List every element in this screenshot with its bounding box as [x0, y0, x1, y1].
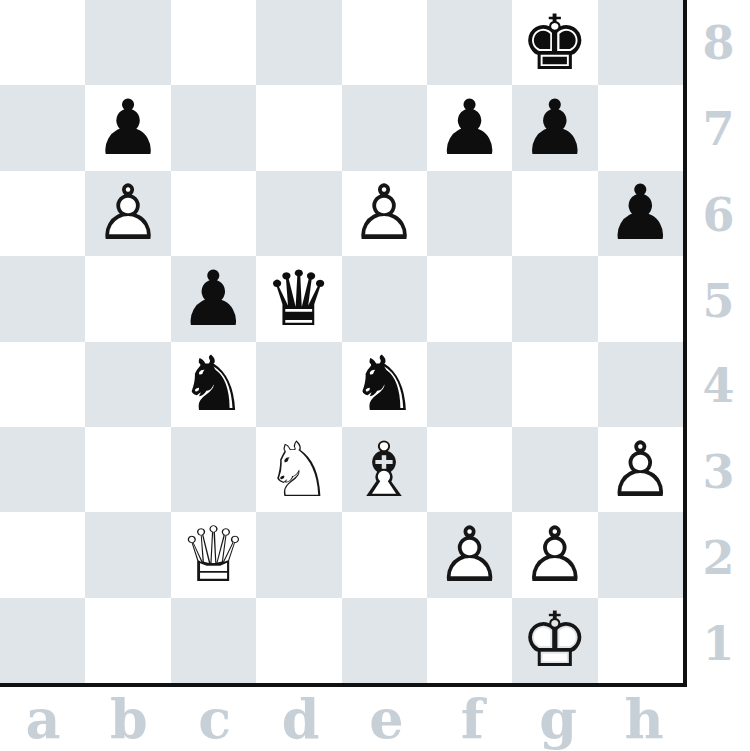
square-b2[interactable]	[85, 512, 170, 597]
square-h5[interactable]	[598, 256, 683, 341]
piece-black-knight: ♞	[171, 342, 256, 427]
square-d8[interactable]	[256, 0, 341, 85]
black-pawn-glyph: ♟	[598, 171, 683, 256]
piece-black-knight: ♞	[342, 342, 427, 427]
piece-white-king: ♚♔	[512, 598, 597, 683]
square-f5[interactable]	[427, 256, 512, 341]
piece-white-knight: ♞♘	[256, 427, 341, 512]
square-f3[interactable]	[427, 427, 512, 512]
black-pawn-glyph: ♟	[512, 85, 597, 170]
piece-white-pawn: ♟♙	[427, 512, 512, 597]
white-pawn-glyph: ♙	[427, 512, 512, 597]
square-a5[interactable]	[0, 256, 85, 341]
file-label-b: b	[86, 687, 172, 751]
square-e5[interactable]	[342, 256, 427, 341]
square-d4[interactable]	[256, 342, 341, 427]
square-c3[interactable]	[171, 427, 256, 512]
square-c6[interactable]	[171, 171, 256, 256]
black-pawn-glyph: ♟	[427, 85, 512, 170]
square-g2[interactable]: ♟♙	[512, 512, 597, 597]
square-d3[interactable]: ♞♘	[256, 427, 341, 512]
square-d2[interactable]	[256, 512, 341, 597]
file-labels: abcdefgh	[0, 687, 687, 751]
file-label-a: a	[0, 687, 86, 751]
rank-label-1: 1	[687, 601, 750, 687]
file-label-g: g	[515, 687, 601, 751]
white-king-glyph: ♔	[512, 598, 597, 683]
square-b5[interactable]	[85, 256, 170, 341]
square-f7[interactable]: ♟	[427, 85, 512, 170]
square-a6[interactable]	[0, 171, 85, 256]
piece-black-pawn: ♟	[85, 85, 170, 170]
rank-label-2: 2	[687, 515, 750, 601]
square-c5[interactable]: ♟	[171, 256, 256, 341]
square-c4[interactable]: ♞	[171, 342, 256, 427]
square-c8[interactable]	[171, 0, 256, 85]
square-a4[interactable]	[0, 342, 85, 427]
piece-white-queen: ♛♕	[171, 512, 256, 597]
square-a8[interactable]	[0, 0, 85, 85]
square-h8[interactable]	[598, 0, 683, 85]
black-pawn-glyph: ♟	[171, 256, 256, 341]
square-h4[interactable]	[598, 342, 683, 427]
file-label-d: d	[258, 687, 344, 751]
black-queen-glyph: ♛	[256, 256, 341, 341]
rank-label-4: 4	[687, 344, 750, 430]
rank-label-5: 5	[687, 258, 750, 344]
square-b1[interactable]	[85, 598, 170, 683]
square-d6[interactable]	[256, 171, 341, 256]
piece-black-pawn: ♟	[598, 171, 683, 256]
square-a1[interactable]	[0, 598, 85, 683]
square-h1[interactable]	[598, 598, 683, 683]
square-b8[interactable]	[85, 0, 170, 85]
square-h7[interactable]	[598, 85, 683, 170]
chess-board: ♚♟♟♟♟♙♟♙♟♟♛♞♞♞♘♝♗♟♙♛♕♟♙♟♙♚♔	[0, 0, 687, 687]
white-pawn-glyph: ♙	[512, 512, 597, 597]
square-c1[interactable]	[171, 598, 256, 683]
square-g8[interactable]: ♚	[512, 0, 597, 85]
square-e6[interactable]: ♟♙	[342, 171, 427, 256]
black-knight-glyph: ♞	[342, 342, 427, 427]
piece-black-pawn: ♟	[512, 85, 597, 170]
square-c2[interactable]: ♛♕	[171, 512, 256, 597]
file-label-h: h	[601, 687, 687, 751]
square-g5[interactable]	[512, 256, 597, 341]
piece-white-pawn: ♟♙	[598, 427, 683, 512]
square-b4[interactable]	[85, 342, 170, 427]
piece-black-king: ♚	[512, 0, 597, 85]
square-g3[interactable]	[512, 427, 597, 512]
square-e1[interactable]	[342, 598, 427, 683]
square-e3[interactable]: ♝♗	[342, 427, 427, 512]
rank-label-8: 8	[687, 0, 750, 86]
square-g7[interactable]: ♟	[512, 85, 597, 170]
square-f8[interactable]	[427, 0, 512, 85]
square-d5[interactable]: ♛	[256, 256, 341, 341]
rank-label-7: 7	[687, 86, 750, 172]
black-king-glyph: ♚	[512, 0, 597, 85]
white-bishop-glyph: ♗	[342, 427, 427, 512]
square-a3[interactable]	[0, 427, 85, 512]
square-g4[interactable]	[512, 342, 597, 427]
square-g1[interactable]: ♚♔	[512, 598, 597, 683]
black-knight-glyph: ♞	[171, 342, 256, 427]
rank-label-6: 6	[687, 172, 750, 258]
square-h2[interactable]	[598, 512, 683, 597]
square-b3[interactable]	[85, 427, 170, 512]
square-e7[interactable]	[342, 85, 427, 170]
square-f2[interactable]: ♟♙	[427, 512, 512, 597]
piece-white-pawn: ♟♙	[342, 171, 427, 256]
piece-black-queen: ♛	[256, 256, 341, 341]
square-e2[interactable]	[342, 512, 427, 597]
square-f6[interactable]	[427, 171, 512, 256]
white-queen-glyph: ♕	[171, 512, 256, 597]
square-f1[interactable]	[427, 598, 512, 683]
piece-black-pawn: ♟	[171, 256, 256, 341]
piece-white-pawn: ♟♙	[85, 171, 170, 256]
file-label-e: e	[344, 687, 430, 751]
white-pawn-glyph: ♙	[598, 427, 683, 512]
square-f4[interactable]	[427, 342, 512, 427]
square-d7[interactable]	[256, 85, 341, 170]
square-h3[interactable]: ♟♙	[598, 427, 683, 512]
white-pawn-glyph: ♙	[85, 171, 170, 256]
square-g6[interactable]	[512, 171, 597, 256]
black-pawn-glyph: ♟	[85, 85, 170, 170]
square-a7[interactable]	[0, 85, 85, 170]
rank-labels: 87654321	[687, 0, 750, 687]
rank-label-3: 3	[687, 429, 750, 515]
square-b7[interactable]: ♟	[85, 85, 170, 170]
square-e8[interactable]	[342, 0, 427, 85]
square-b6[interactable]: ♟♙	[85, 171, 170, 256]
file-label-c: c	[172, 687, 258, 751]
square-c7[interactable]	[171, 85, 256, 170]
white-knight-glyph: ♘	[256, 427, 341, 512]
piece-white-bishop: ♝♗	[342, 427, 427, 512]
square-e4[interactable]: ♞	[342, 342, 427, 427]
chess-diagram: ♚♟♟♟♟♙♟♙♟♟♛♞♞♞♘♝♗♟♙♛♕♟♙♟♙♚♔ 87654321 abc…	[0, 0, 750, 751]
file-label-f: f	[429, 687, 515, 751]
square-a2[interactable]	[0, 512, 85, 597]
piece-white-pawn: ♟♙	[512, 512, 597, 597]
square-h6[interactable]: ♟	[598, 171, 683, 256]
square-d1[interactable]	[256, 598, 341, 683]
piece-black-pawn: ♟	[427, 85, 512, 170]
white-pawn-glyph: ♙	[342, 171, 427, 256]
